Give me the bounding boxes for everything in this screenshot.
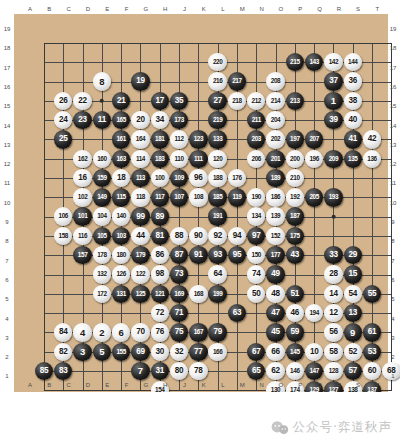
stone-move-number: 22 bbox=[78, 97, 87, 105]
stone-move-number: 38 bbox=[348, 97, 357, 105]
stone-move-number: 211 bbox=[252, 117, 261, 123]
stone-D13: 160 bbox=[93, 150, 111, 168]
stone-J8: 91 bbox=[189, 246, 207, 264]
stone-move-number: 51 bbox=[291, 290, 300, 298]
stone-move-number: 181 bbox=[155, 136, 164, 142]
stone-move-number: 13 bbox=[348, 309, 357, 317]
stone-M9: 97 bbox=[247, 227, 265, 245]
stone-O18: 215 bbox=[286, 53, 304, 71]
coordinate-label: 17 bbox=[390, 65, 397, 71]
stone-S3: 53 bbox=[363, 343, 381, 361]
stone-move-number: 30 bbox=[156, 348, 165, 356]
stone-E9: 103 bbox=[112, 227, 130, 245]
coordinate-label: 12 bbox=[4, 161, 11, 167]
coordinate-label: F bbox=[125, 6, 129, 12]
stone-move-number: 144 bbox=[348, 59, 357, 65]
coordinate-label: P bbox=[298, 382, 302, 388]
stone-B9: 158 bbox=[54, 227, 72, 245]
stone-H3: 32 bbox=[170, 343, 188, 361]
stone-B4: 84 bbox=[54, 323, 72, 341]
stone-move-number: 18 bbox=[117, 174, 126, 182]
stone-H8: 87 bbox=[170, 246, 188, 264]
stone-move-number: 134 bbox=[252, 213, 261, 219]
stone-move-number: 212 bbox=[252, 98, 261, 104]
stone-N3: 66 bbox=[266, 343, 284, 361]
stone-move-number: 149 bbox=[97, 194, 106, 200]
stone-move-number: 166 bbox=[213, 349, 222, 355]
coordinate-label: B bbox=[47, 6, 51, 12]
stone-L9: 94 bbox=[228, 227, 246, 245]
stone-move-number: 118 bbox=[136, 194, 145, 200]
coordinate-label: T bbox=[376, 382, 380, 388]
stone-Q4: 56 bbox=[324, 323, 342, 341]
go-diagram: 2202151431421448192162172083736262221173… bbox=[0, 0, 400, 446]
stone-G14: 181 bbox=[151, 130, 169, 148]
coordinate-label: 11 bbox=[4, 180, 10, 186]
stone-move-number: 24 bbox=[59, 116, 68, 124]
stone-move-number: 194 bbox=[309, 310, 318, 316]
stone-move-number: 185 bbox=[213, 194, 222, 200]
stone-P5: 194 bbox=[305, 304, 323, 322]
stone-move-number: 35 bbox=[175, 97, 184, 105]
stone-move-number: 92 bbox=[213, 232, 222, 240]
stone-move-number: 125 bbox=[136, 291, 145, 297]
coordinate-label: K bbox=[202, 6, 206, 12]
stone-K3: 166 bbox=[208, 343, 226, 361]
stone-move-number: 6 bbox=[119, 328, 124, 338]
stone-O3: 145 bbox=[286, 343, 304, 361]
wechat-icon bbox=[271, 421, 289, 435]
stone-N15: 204 bbox=[266, 111, 284, 129]
stone-D8: 178 bbox=[93, 246, 111, 264]
stone-move-number: 71 bbox=[175, 309, 184, 317]
coordinate-label: 8 bbox=[391, 238, 394, 244]
stone-K8: 93 bbox=[208, 246, 226, 264]
coordinate-label: 15 bbox=[390, 103, 397, 109]
stone-move-number: 29 bbox=[348, 251, 357, 259]
stone-M3: 67 bbox=[247, 343, 265, 361]
stone-M8: 150 bbox=[247, 246, 265, 264]
stone-move-number: 34 bbox=[156, 116, 165, 124]
stone-move-number: 164 bbox=[136, 136, 145, 142]
stone-N4: 45 bbox=[266, 323, 284, 341]
stone-move-number: 183 bbox=[155, 156, 164, 162]
stone-move-number: 80 bbox=[175, 367, 184, 375]
stone-move-number: 26 bbox=[59, 97, 68, 105]
stone-move-number: 17 bbox=[156, 97, 165, 105]
stone-G11: 117 bbox=[151, 188, 169, 206]
stone-move-number: 8 bbox=[99, 77, 104, 87]
stone-Q13: 209 bbox=[324, 150, 342, 168]
coordinate-label: 14 bbox=[4, 123, 11, 129]
stone-K10: 191 bbox=[208, 207, 226, 225]
stone-E8: 180 bbox=[112, 246, 130, 264]
stone-move-number: 59 bbox=[291, 328, 300, 336]
stone-move-number: 89 bbox=[156, 213, 165, 221]
stone-R4: 9 bbox=[344, 323, 362, 341]
stone-J6: 168 bbox=[189, 285, 207, 303]
stone-move-number: 178 bbox=[97, 252, 106, 258]
stone-move-number: 49 bbox=[271, 270, 280, 278]
stone-R6: 54 bbox=[344, 285, 362, 303]
stone-B3: 82 bbox=[54, 343, 72, 361]
stone-move-number: 188 bbox=[213, 175, 222, 181]
stone-J12: 96 bbox=[189, 169, 207, 187]
stone-move-number: 168 bbox=[194, 291, 203, 297]
stone-H5: 71 bbox=[170, 304, 188, 322]
stone-move-number: 98 bbox=[156, 270, 165, 278]
coordinate-label: A bbox=[28, 382, 32, 388]
stone-C16: 22 bbox=[73, 92, 91, 110]
stone-R18: 144 bbox=[344, 53, 362, 71]
stone-move-number: 63 bbox=[233, 309, 242, 317]
stone-move-number: 93 bbox=[213, 251, 222, 259]
stone-M10: 134 bbox=[247, 207, 265, 225]
stone-move-number: 208 bbox=[271, 78, 280, 84]
move-annotations: 124F12141R2148R1151C10153R2156R1170E1017… bbox=[0, 392, 400, 446]
stone-move-number: 132 bbox=[97, 271, 106, 277]
stone-move-number: 158 bbox=[59, 233, 68, 239]
stone-move-number: 159 bbox=[97, 175, 106, 181]
stone-move-number: 103 bbox=[116, 233, 125, 239]
stone-O8: 43 bbox=[286, 246, 304, 264]
stone-M13: 206 bbox=[247, 150, 265, 168]
stone-move-number: 150 bbox=[252, 252, 261, 258]
stone-R7: 15 bbox=[344, 265, 362, 283]
coordinate-label: 18 bbox=[4, 45, 11, 51]
stone-move-number: 140 bbox=[116, 213, 125, 219]
stone-move-number: 14 bbox=[329, 290, 338, 298]
stone-move-number: 42 bbox=[368, 135, 377, 143]
stone-J14: 123 bbox=[189, 130, 207, 148]
coordinate-label: 1 bbox=[5, 373, 8, 379]
stone-move-number: 23 bbox=[78, 116, 87, 124]
stone-move-number: 66 bbox=[271, 348, 280, 356]
stone-move-number: 10 bbox=[310, 348, 319, 356]
coordinate-label: R bbox=[337, 382, 341, 388]
stone-O6: 51 bbox=[286, 285, 304, 303]
stone-move-number: 114 bbox=[136, 156, 145, 162]
coordinate-label: C bbox=[66, 382, 70, 388]
stone-O2: 146 bbox=[286, 362, 304, 380]
coordinate-label: O bbox=[279, 382, 284, 388]
coordinate-label: R bbox=[337, 6, 341, 12]
stone-move-number: 161 bbox=[116, 136, 125, 142]
stone-move-number: 99 bbox=[136, 213, 145, 221]
coordinate-label: 5 bbox=[391, 296, 394, 302]
stone-F8: 179 bbox=[131, 246, 149, 264]
stone-move-number: 175 bbox=[290, 233, 299, 239]
stone-F6: 125 bbox=[131, 285, 149, 303]
stone-move-number: 172 bbox=[97, 291, 106, 297]
coordinate-label: 3 bbox=[391, 335, 394, 341]
stone-C13: 162 bbox=[73, 150, 91, 168]
stone-move-number: 64 bbox=[213, 270, 222, 278]
stone-move-number: 112 bbox=[175, 136, 184, 142]
stone-move-number: 48 bbox=[271, 290, 280, 298]
stone-E10: 140 bbox=[112, 207, 130, 225]
stone-move-number: 146 bbox=[290, 368, 299, 374]
stone-move-number: 196 bbox=[309, 156, 318, 162]
stone-D11: 149 bbox=[93, 188, 111, 206]
stone-H7: 73 bbox=[170, 265, 188, 283]
stone-move-number: 97 bbox=[252, 232, 261, 240]
stone-move-number: 143 bbox=[309, 59, 318, 65]
stone-move-number: 116 bbox=[78, 233, 87, 239]
stone-K17: 216 bbox=[208, 72, 226, 90]
stone-H13: 110 bbox=[170, 150, 188, 168]
coordinate-label: 8 bbox=[5, 238, 8, 244]
coordinate-label: 10 bbox=[390, 200, 397, 206]
stone-M14: 203 bbox=[247, 130, 265, 148]
stone-B2: 83 bbox=[54, 362, 72, 380]
coordinate-label: F bbox=[125, 382, 129, 388]
stone-move-number: 197 bbox=[290, 136, 299, 142]
stone-move-number: 173 bbox=[174, 117, 183, 123]
coordinate-label: 6 bbox=[5, 277, 8, 283]
stone-move-number: 105 bbox=[97, 233, 106, 239]
coordinate-label: 9 bbox=[5, 219, 8, 225]
stone-L8: 95 bbox=[228, 246, 246, 264]
stone-E14: 161 bbox=[112, 130, 130, 148]
coordinate-label: 14 bbox=[390, 123, 397, 129]
stone-move-number: 32 bbox=[175, 348, 184, 356]
stone-L5: 63 bbox=[228, 304, 246, 322]
stone-N8: 177 bbox=[266, 246, 284, 264]
stone-move-number: 2 bbox=[99, 328, 104, 338]
stone-F9: 44 bbox=[131, 227, 149, 245]
stone-move-number: 102 bbox=[78, 194, 87, 200]
stone-move-number: 121 bbox=[155, 291, 164, 297]
stone-R2: 57 bbox=[344, 362, 362, 380]
stone-move-number: 207 bbox=[309, 136, 318, 142]
stone-P2: 147 bbox=[305, 362, 323, 380]
stone-R8: 29 bbox=[344, 246, 362, 264]
stone-move-number: 214 bbox=[271, 98, 280, 104]
stone-move-number: 109 bbox=[174, 175, 183, 181]
stone-F13: 114 bbox=[131, 150, 149, 168]
stone-H9: 88 bbox=[170, 227, 188, 245]
stone-O4: 59 bbox=[286, 323, 304, 341]
stone-move-number: 200 bbox=[290, 156, 299, 162]
stone-move-number: 75 bbox=[175, 328, 184, 336]
stone-move-number: 88 bbox=[175, 232, 184, 240]
stone-O13: 200 bbox=[286, 150, 304, 168]
stone-O10: 187 bbox=[286, 207, 304, 225]
stone-E15: 165 bbox=[112, 111, 130, 129]
stone-M7: 74 bbox=[247, 265, 265, 283]
stone-P11: 205 bbox=[305, 188, 323, 206]
stone-move-number: 126 bbox=[116, 271, 125, 277]
stone-move-number: 202 bbox=[271, 136, 280, 142]
stone-move-number: 189 bbox=[271, 175, 280, 181]
stone-D4: 2 bbox=[93, 323, 111, 341]
stone-move-number: 79 bbox=[213, 328, 222, 336]
stone-move-number: 219 bbox=[213, 117, 222, 123]
stone-move-number: 113 bbox=[136, 175, 145, 181]
stone-move-number: 163 bbox=[116, 156, 125, 162]
stone-R5: 13 bbox=[344, 304, 362, 322]
stone-move-number: 87 bbox=[175, 251, 184, 259]
stone-K15: 219 bbox=[208, 111, 226, 129]
coordinate-label: 19 bbox=[4, 26, 11, 32]
stone-move-number: 203 bbox=[252, 136, 261, 142]
stone-move-number: 61 bbox=[368, 328, 377, 336]
stone-G7: 98 bbox=[151, 265, 169, 283]
stone-K9: 92 bbox=[208, 227, 226, 245]
stone-G13: 183 bbox=[151, 150, 169, 168]
stone-move-number: 28 bbox=[329, 270, 338, 278]
stone-F12: 113 bbox=[131, 169, 149, 187]
stone-move-number: 204 bbox=[271, 117, 280, 123]
coordinate-label: 11 bbox=[390, 180, 396, 186]
stone-P14: 207 bbox=[305, 130, 323, 148]
stone-R17: 36 bbox=[344, 72, 362, 90]
stone-H6: 169 bbox=[170, 285, 188, 303]
stone-L16: 218 bbox=[228, 92, 246, 110]
stone-move-number: 147 bbox=[309, 368, 318, 374]
coordinate-label: T bbox=[376, 6, 380, 12]
watermark-text: 公众号·弈道秋声 bbox=[293, 419, 392, 436]
stone-move-number: 128 bbox=[329, 368, 338, 374]
stone-D10: 104 bbox=[93, 207, 111, 225]
coordinate-label: O bbox=[279, 6, 284, 12]
stone-E4: 6 bbox=[112, 323, 130, 341]
stone-F7: 122 bbox=[131, 265, 149, 283]
stone-K18: 220 bbox=[208, 53, 226, 71]
coordinate-label: 13 bbox=[390, 142, 397, 148]
coordinate-label: Q bbox=[317, 6, 322, 12]
stone-move-number: 47 bbox=[271, 309, 280, 317]
stone-E6: 131 bbox=[112, 285, 130, 303]
stone-move-number: 45 bbox=[271, 328, 280, 336]
coordinate-label: D bbox=[86, 6, 90, 12]
stone-move-number: 193 bbox=[329, 194, 338, 200]
stone-move-number: 131 bbox=[116, 291, 125, 297]
stone-move-number: 95 bbox=[233, 251, 242, 259]
stone-O9: 175 bbox=[286, 227, 304, 245]
stone-move-number: 162 bbox=[78, 156, 87, 162]
stone-move-number: 155 bbox=[116, 349, 125, 355]
coordinate-label: S bbox=[356, 6, 360, 12]
stone-move-number: 27 bbox=[213, 97, 222, 105]
stone-move-number: 56 bbox=[329, 328, 338, 336]
stone-move-number: 58 bbox=[329, 348, 338, 356]
stone-move-number: 4 bbox=[80, 328, 85, 338]
coordinate-label: 7 bbox=[391, 258, 394, 264]
stone-N9: 152 bbox=[266, 227, 284, 245]
stone-L11: 119 bbox=[228, 188, 246, 206]
coordinate-label: J bbox=[183, 382, 186, 388]
stone-K14: 133 bbox=[208, 130, 226, 148]
stone-M16: 212 bbox=[247, 92, 265, 110]
stone-Q2: 128 bbox=[324, 362, 342, 380]
stone-K12: 188 bbox=[208, 169, 226, 187]
stone-Q16: 1 bbox=[324, 92, 342, 110]
coordinate-label: 16 bbox=[4, 84, 11, 90]
stone-move-number: 11 bbox=[98, 116, 106, 124]
stone-move-number: 33 bbox=[329, 251, 338, 259]
stone-move-number: 41 bbox=[348, 135, 357, 143]
stone-move-number: 69 bbox=[136, 348, 145, 356]
stone-E7: 126 bbox=[112, 265, 130, 283]
stone-F14: 164 bbox=[131, 130, 149, 148]
coordinate-label: Q bbox=[317, 382, 322, 388]
stone-Q7: 28 bbox=[324, 265, 342, 283]
stone-Q15: 39 bbox=[324, 111, 342, 129]
stone-G16: 17 bbox=[151, 92, 169, 110]
stone-K11: 185 bbox=[208, 188, 226, 206]
stone-G9: 81 bbox=[151, 227, 169, 245]
stone-D17: 8 bbox=[93, 72, 111, 90]
stone-L12: 176 bbox=[228, 169, 246, 187]
coordinate-label: N bbox=[259, 382, 263, 388]
stone-move-number: 167 bbox=[194, 329, 203, 335]
stone-O12: 210 bbox=[286, 169, 304, 187]
stone-move-number: 78 bbox=[194, 367, 203, 375]
stone-move-number: 91 bbox=[194, 251, 203, 259]
stone-move-number: 40 bbox=[348, 116, 357, 124]
stone-move-number: 62 bbox=[271, 367, 280, 375]
stone-G2: 31 bbox=[151, 362, 169, 380]
stone-M15: 211 bbox=[247, 111, 265, 129]
stone-move-number: 60 bbox=[368, 367, 377, 375]
stone-move-number: 37 bbox=[329, 77, 338, 85]
go-board: 2202151431421448192162172083736262221173… bbox=[14, 14, 388, 392]
coordinate-label: 19 bbox=[390, 26, 397, 32]
stone-move-number: 216 bbox=[213, 78, 222, 84]
stone-move-number: 120 bbox=[213, 156, 222, 162]
stone-move-number: 76 bbox=[156, 328, 165, 336]
coordinate-label: 6 bbox=[391, 277, 394, 283]
stone-move-number: 108 bbox=[194, 194, 203, 200]
coordinate-label: L bbox=[221, 382, 224, 388]
stone-D15: 11 bbox=[93, 111, 111, 129]
stone-layer: 2202151431421448192162172083736262221173… bbox=[34, 33, 400, 400]
stone-move-number: 94 bbox=[233, 232, 242, 240]
stone-move-number: 20 bbox=[136, 116, 145, 124]
stone-move-number: 36 bbox=[348, 77, 357, 85]
stone-J11: 108 bbox=[189, 188, 207, 206]
stone-J2: 78 bbox=[189, 362, 207, 380]
stone-move-number: 96 bbox=[194, 174, 203, 182]
stone-move-number: 55 bbox=[368, 290, 377, 298]
stone-B14: 25 bbox=[54, 130, 72, 148]
stone-move-number: 85 bbox=[40, 367, 49, 375]
stone-G4: 76 bbox=[151, 323, 169, 341]
stone-S6: 55 bbox=[363, 285, 381, 303]
stone-P3: 10 bbox=[305, 343, 323, 361]
stone-move-number: 54 bbox=[348, 290, 357, 298]
coordinate-label: G bbox=[143, 6, 148, 12]
stone-move-number: 209 bbox=[329, 156, 338, 162]
stone-P18: 143 bbox=[305, 53, 323, 71]
stone-O14: 197 bbox=[286, 130, 304, 148]
stone-H14: 112 bbox=[170, 130, 188, 148]
stone-move-number: 110 bbox=[175, 156, 184, 162]
stone-move-number: 119 bbox=[232, 194, 241, 200]
coordinate-label: 1 bbox=[391, 373, 394, 379]
stone-move-number: 107 bbox=[174, 194, 183, 200]
stone-move-number: 176 bbox=[232, 175, 241, 181]
stone-move-number: 160 bbox=[97, 156, 106, 162]
stone-move-number: 57 bbox=[348, 367, 357, 375]
stone-E11: 115 bbox=[112, 188, 130, 206]
coordinate-label: L bbox=[221, 6, 224, 12]
stone-R13: 135 bbox=[344, 150, 362, 168]
stone-E12: 18 bbox=[112, 169, 130, 187]
stone-move-number: 72 bbox=[156, 309, 165, 317]
